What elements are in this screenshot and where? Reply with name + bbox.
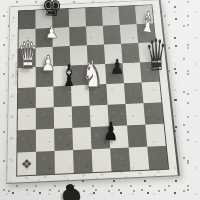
- chessboard-photo: ❖ OLYMPIAD 87654321 abcdefgh ♚♟♝♛♟♟♛♝♞♟: [0, 0, 200, 200]
- piece-white-pawn-b5[interactable]: ♟: [41, 54, 55, 76]
- piece-black-king-b8[interactable]: ♚: [41, 0, 63, 21]
- piece-white-pawn-b7[interactable]: ♟: [45, 25, 58, 41]
- piece-black-bishop-c4[interactable]: ♝: [61, 60, 77, 91]
- pieces-layer: ♚♟♝♛♟♟♛♝♞♟: [0, 0, 200, 200]
- piece-black-queen-h5[interactable]: ♛: [145, 33, 168, 79]
- piece-white-queen-a5[interactable]: ♛: [18, 38, 38, 75]
- piece-white-knight-d4[interactable]: ♞: [82, 56, 104, 93]
- piece-black-pawn-f5[interactable]: ♟: [110, 58, 124, 79]
- piece-black-pawn-e2[interactable]: ♟: [103, 119, 119, 145]
